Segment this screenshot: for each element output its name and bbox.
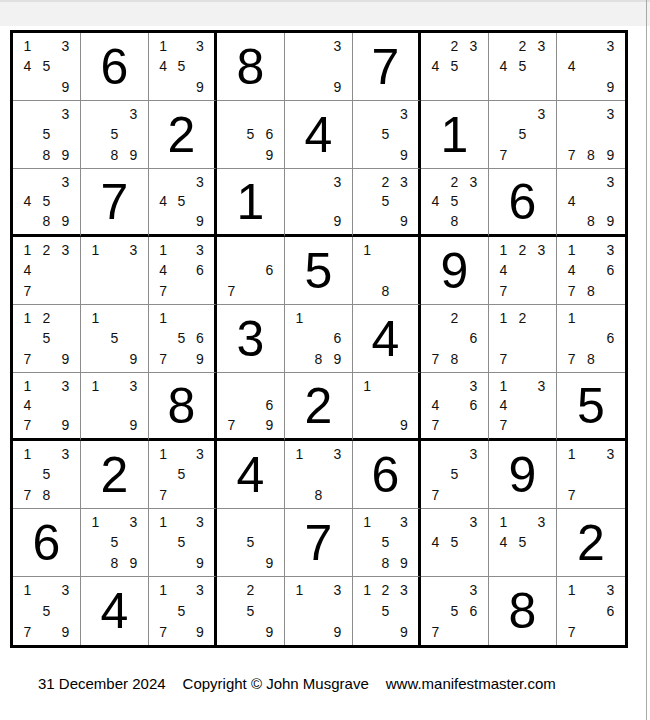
- candidate-empty: [105, 512, 124, 532]
- candidate-empty: [445, 512, 464, 532]
- candidate-empty: [222, 601, 241, 622]
- cell-r6c4: 679: [217, 373, 285, 441]
- cell-r4c6: 18: [353, 237, 421, 305]
- candidate-empty: [532, 77, 551, 97]
- candidate-5: 5: [37, 124, 56, 144]
- candidate-empty: [494, 124, 513, 144]
- candidate-empty: [56, 124, 75, 144]
- candidate-empty: [222, 621, 241, 642]
- candidate-empty: [290, 172, 309, 192]
- candidate-3: 3: [464, 36, 483, 56]
- candidate-3: 3: [191, 240, 209, 260]
- candidate-grid: 3489: [557, 169, 625, 234]
- candidate-empty: [290, 56, 309, 76]
- candidate-grid: 39: [285, 169, 352, 234]
- candidate-grid: 2345: [489, 33, 556, 100]
- candidate-3: 3: [601, 580, 620, 601]
- candidate-1: 1: [18, 444, 37, 464]
- candidate-5: 5: [37, 56, 56, 76]
- candidate-empty: [358, 396, 376, 416]
- cell-r8c9: 2: [557, 509, 625, 577]
- candidate-empty: [562, 601, 581, 622]
- candidate-1: 1: [86, 512, 105, 532]
- candidate-empty: [395, 260, 413, 280]
- candidate-3: 3: [464, 172, 483, 192]
- candidate-empty: [260, 580, 279, 601]
- candidate-3: 3: [532, 36, 551, 56]
- candidate-5: 5: [172, 532, 190, 552]
- candidate-1: 1: [358, 580, 376, 601]
- candidate-empty: [105, 349, 124, 369]
- candidate-empty: [290, 485, 309, 505]
- candidate-7: 7: [18, 281, 37, 301]
- solved-digit: 1: [421, 101, 488, 168]
- cell-r7c8: 9: [489, 441, 557, 509]
- candidate-empty: [376, 415, 394, 435]
- candidate-empty: [562, 172, 581, 192]
- candidate-empty: [172, 308, 190, 328]
- candidate-empty: [532, 415, 551, 435]
- candidate-empty: [154, 77, 172, 97]
- candidate-3: 3: [56, 580, 75, 601]
- candidate-empty: [105, 104, 124, 124]
- candidate-1: 1: [562, 240, 581, 260]
- cell-r8c7: 345: [421, 509, 489, 577]
- candidate-1: 1: [290, 308, 309, 328]
- candidate-1: 1: [154, 580, 172, 601]
- candidate-8: 8: [376, 553, 394, 573]
- candidate-5: 5: [376, 124, 394, 144]
- candidate-empty: [426, 580, 445, 601]
- candidate-grid: 359: [353, 101, 418, 168]
- cell-r1c5: 39: [285, 33, 353, 101]
- candidate-empty: [222, 553, 241, 573]
- cell-r6c9: 5: [557, 373, 625, 441]
- candidate-empty: [37, 415, 56, 435]
- candidate-1: 1: [562, 580, 581, 601]
- candidate-3: 3: [191, 444, 209, 464]
- candidate-empty: [172, 485, 190, 505]
- candidate-empty: [581, 601, 600, 622]
- candidate-empty: [376, 396, 394, 416]
- candidate-6: 6: [601, 260, 620, 280]
- candidate-2: 2: [376, 580, 394, 601]
- candidate-6: 6: [464, 328, 483, 348]
- candidate-3: 3: [56, 172, 75, 192]
- candidate-empty: [581, 77, 600, 97]
- candidate-empty: [445, 77, 464, 97]
- candidate-empty: [494, 553, 513, 573]
- candidate-7: 7: [494, 415, 513, 435]
- solved-digit: 7: [81, 169, 148, 234]
- candidate-empty: [464, 553, 483, 573]
- candidate-grid: 13479: [13, 373, 80, 438]
- solved-digit: 2: [81, 441, 148, 508]
- candidate-empty: [581, 621, 600, 642]
- candidate-5: 5: [513, 532, 532, 552]
- cell-r3c2: 7: [81, 169, 149, 237]
- cell-r5c9: 1678: [557, 305, 625, 373]
- candidate-grid: 13589: [81, 509, 148, 576]
- candidate-grid: 3467: [421, 373, 488, 438]
- cell-r7c4: 4: [217, 441, 285, 509]
- candidate-grid: 13459: [13, 33, 80, 100]
- candidate-8: 8: [376, 281, 394, 301]
- candidate-5: 5: [445, 56, 464, 76]
- candidate-9: 9: [56, 145, 75, 165]
- candidate-empty: [37, 36, 56, 56]
- candidate-grid: 34589: [13, 169, 80, 234]
- candidate-empty: [532, 281, 551, 301]
- candidate-empty: [513, 145, 532, 165]
- cell-r4c9: 134678: [557, 237, 625, 305]
- cell-r2c7: 1: [421, 101, 489, 169]
- candidate-empty: [56, 328, 75, 348]
- solved-digit: 7: [353, 33, 418, 100]
- candidate-empty: [37, 444, 56, 464]
- candidate-empty: [18, 124, 37, 144]
- candidate-empty: [191, 464, 209, 484]
- candidate-9: 9: [124, 553, 143, 573]
- cell-r9c8: 8: [489, 577, 557, 645]
- footer: 31 December 2024 Copyright © John Musgra…: [38, 675, 556, 692]
- cell-r8c6: 13589: [353, 509, 421, 577]
- candidate-grid: 13578: [13, 441, 80, 508]
- candidate-8: 8: [445, 349, 464, 369]
- candidate-empty: [426, 601, 445, 622]
- candidate-6: 6: [260, 260, 279, 280]
- candidate-empty: [309, 580, 328, 601]
- candidate-7: 7: [426, 621, 445, 642]
- candidate-empty: [601, 464, 620, 484]
- candidate-9: 9: [260, 621, 279, 642]
- candidate-empty: [86, 328, 105, 348]
- candidate-8: 8: [581, 211, 600, 231]
- candidate-grid: 23458: [421, 169, 488, 234]
- candidate-empty: [358, 211, 376, 231]
- candidate-empty: [37, 621, 56, 642]
- candidate-empty: [395, 532, 413, 552]
- candidate-grid: 19: [353, 373, 418, 438]
- candidate-1: 1: [18, 308, 37, 328]
- candidate-empty: [241, 512, 260, 532]
- candidate-4: 4: [18, 260, 37, 280]
- candidate-empty: [172, 36, 190, 56]
- candidate-empty: [513, 512, 532, 532]
- cell-r9c4: 259: [217, 577, 285, 645]
- candidate-3: 3: [464, 580, 483, 601]
- candidate-6: 6: [260, 124, 279, 144]
- cell-r6c7: 3467: [421, 373, 489, 441]
- cell-r1c1: 13459: [13, 33, 81, 101]
- candidate-empty: [105, 281, 124, 301]
- candidate-3: 3: [124, 376, 143, 396]
- candidate-empty: [172, 172, 190, 192]
- cell-r8c5: 7: [285, 509, 353, 577]
- candidate-empty: [395, 396, 413, 416]
- candidate-empty: [464, 464, 483, 484]
- candidate-3: 3: [56, 376, 75, 396]
- solved-digit: 5: [285, 237, 352, 304]
- candidate-3: 3: [601, 36, 620, 56]
- candidate-empty: [18, 601, 37, 622]
- candidate-9: 9: [328, 621, 347, 642]
- candidate-5: 5: [241, 601, 260, 622]
- solved-digit: 1: [217, 169, 284, 234]
- candidate-empty: [222, 512, 241, 532]
- candidate-empty: [172, 260, 190, 280]
- cell-r1c3: 13459: [149, 33, 217, 101]
- candidate-3: 3: [464, 444, 483, 464]
- candidate-4: 4: [154, 56, 172, 76]
- cell-r5c1: 12579: [13, 305, 81, 373]
- candidate-1: 1: [358, 240, 376, 260]
- candidate-empty: [601, 192, 620, 212]
- cell-r4c7: 9: [421, 237, 489, 305]
- candidate-4: 4: [562, 56, 581, 76]
- candidate-2: 2: [445, 308, 464, 328]
- candidate-1: 1: [18, 36, 37, 56]
- candidate-empty: [56, 281, 75, 301]
- candidate-1: 1: [154, 444, 172, 464]
- candidate-3: 3: [395, 580, 413, 601]
- candidate-empty: [601, 56, 620, 76]
- solved-digit: 2: [557, 509, 625, 576]
- candidate-grid: 12347: [13, 237, 80, 304]
- candidate-9: 9: [124, 415, 143, 435]
- candidate-empty: [376, 512, 394, 532]
- candidate-9: 9: [56, 621, 75, 642]
- cell-r1c9: 349: [557, 33, 625, 101]
- candidate-empty: [86, 415, 105, 435]
- cell-r1c2: 6: [81, 33, 149, 101]
- candidate-empty: [37, 396, 56, 416]
- candidate-9: 9: [56, 211, 75, 231]
- candidate-7: 7: [222, 415, 241, 435]
- sudoku-board: 1345961345983972345234534935893589256943…: [10, 30, 628, 648]
- candidate-2: 2: [37, 240, 56, 260]
- footer-copyright: Copyright © John Musgrave: [183, 675, 369, 692]
- candidate-empty: [464, 56, 483, 76]
- candidate-grid: 13459: [149, 33, 214, 100]
- candidate-empty: [426, 77, 445, 97]
- candidate-empty: [191, 56, 209, 76]
- candidate-grid: 345: [421, 509, 488, 576]
- candidate-empty: [56, 601, 75, 622]
- candidate-3: 3: [395, 172, 413, 192]
- candidate-5: 5: [445, 192, 464, 212]
- candidate-empty: [581, 240, 600, 260]
- candidate-empty: [513, 396, 532, 416]
- candidate-grid: 18: [353, 237, 418, 304]
- candidate-empty: [513, 281, 532, 301]
- candidate-grid: 1359: [149, 509, 214, 576]
- candidate-7: 7: [18, 485, 37, 505]
- candidate-empty: [309, 56, 328, 76]
- candidate-3: 3: [56, 104, 75, 124]
- cell-r7c7: 357: [421, 441, 489, 509]
- candidate-grid: 1347: [489, 373, 556, 438]
- candidate-grid: 13579: [149, 577, 214, 645]
- candidate-empty: [358, 621, 376, 642]
- candidate-5: 5: [172, 192, 190, 212]
- candidate-empty: [464, 621, 483, 642]
- candidate-5: 5: [172, 56, 190, 76]
- solved-digit: 6: [81, 33, 148, 100]
- cell-r9c1: 13579: [13, 577, 81, 645]
- candidate-empty: [86, 349, 105, 369]
- candidate-2: 2: [445, 36, 464, 56]
- candidate-empty: [86, 104, 105, 124]
- candidate-empty: [445, 553, 464, 573]
- candidate-grid: 39: [285, 33, 352, 100]
- candidate-empty: [358, 601, 376, 622]
- candidate-empty: [532, 349, 551, 369]
- candidate-9: 9: [395, 553, 413, 573]
- candidate-8: 8: [37, 145, 56, 165]
- candidate-2: 2: [376, 172, 394, 192]
- candidate-7: 7: [154, 281, 172, 301]
- cell-r6c3: 8: [149, 373, 217, 441]
- top-band: [0, 0, 650, 26]
- candidate-9: 9: [191, 211, 209, 231]
- solved-digit: 2: [285, 373, 352, 438]
- candidate-empty: [290, 464, 309, 484]
- cell-r6c5: 2: [285, 373, 353, 441]
- candidate-4: 4: [18, 396, 37, 416]
- candidate-2: 2: [513, 240, 532, 260]
- candidate-4: 4: [426, 396, 445, 416]
- cell-r7c3: 1357: [149, 441, 217, 509]
- candidate-3: 3: [532, 512, 551, 532]
- solved-digit: 5: [557, 373, 625, 438]
- candidate-empty: [241, 396, 260, 416]
- candidate-empty: [601, 124, 620, 144]
- candidate-empty: [445, 580, 464, 601]
- candidate-4: 4: [154, 260, 172, 280]
- candidate-empty: [309, 308, 328, 328]
- candidate-empty: [172, 281, 190, 301]
- candidate-empty: [309, 192, 328, 212]
- candidate-empty: [464, 77, 483, 97]
- candidate-empty: [426, 553, 445, 573]
- candidate-3: 3: [56, 36, 75, 56]
- candidate-empty: [562, 124, 581, 144]
- solved-digit: 4: [353, 305, 418, 372]
- candidate-empty: [124, 124, 143, 144]
- candidate-empty: [445, 444, 464, 464]
- candidate-empty: [309, 211, 328, 231]
- candidate-empty: [37, 260, 56, 280]
- cell-r7c6: 6: [353, 441, 421, 509]
- candidate-empty: [37, 172, 56, 192]
- candidate-empty: [154, 328, 172, 348]
- candidate-empty: [445, 328, 464, 348]
- candidate-empty: [37, 281, 56, 301]
- candidate-empty: [56, 485, 75, 505]
- candidate-empty: [105, 396, 124, 416]
- solved-digit: 9: [421, 237, 488, 304]
- window-edge-line: [646, 0, 647, 720]
- solved-digit: 7: [285, 509, 352, 576]
- candidate-grid: 2359: [353, 169, 418, 234]
- candidate-1: 1: [86, 240, 105, 260]
- candidate-3: 3: [56, 444, 75, 464]
- candidate-1: 1: [154, 36, 172, 56]
- candidate-empty: [464, 211, 483, 231]
- candidate-1: 1: [18, 376, 37, 396]
- candidate-5: 5: [172, 464, 190, 484]
- candidate-empty: [581, 172, 600, 192]
- candidate-7: 7: [426, 485, 445, 505]
- cell-r3c5: 39: [285, 169, 353, 237]
- candidate-empty: [426, 376, 445, 396]
- candidate-empty: [86, 396, 105, 416]
- candidate-empty: [241, 553, 260, 573]
- candidate-empty: [426, 172, 445, 192]
- candidate-empty: [124, 396, 143, 416]
- candidate-empty: [222, 396, 241, 416]
- cell-r6c8: 1347: [489, 373, 557, 441]
- solved-digit: 6: [353, 441, 418, 508]
- candidate-empty: [513, 328, 532, 348]
- candidate-empty: [105, 415, 124, 435]
- candidate-empty: [513, 415, 532, 435]
- candidate-6: 6: [260, 396, 279, 416]
- candidate-7: 7: [494, 281, 513, 301]
- candidate-empty: [601, 349, 620, 369]
- candidate-6: 6: [191, 328, 209, 348]
- candidate-empty: [358, 260, 376, 280]
- candidate-3: 3: [191, 580, 209, 601]
- candidate-empty: [494, 104, 513, 124]
- candidate-empty: [172, 240, 190, 260]
- candidate-2: 2: [241, 580, 260, 601]
- candidate-empty: [513, 553, 532, 573]
- solved-digit: 6: [489, 169, 556, 234]
- candidate-empty: [426, 328, 445, 348]
- candidate-grid: 13: [81, 237, 148, 304]
- candidate-9: 9: [124, 145, 143, 165]
- candidate-5: 5: [105, 124, 124, 144]
- candidate-empty: [18, 145, 37, 165]
- cell-r2c1: 3589: [13, 101, 81, 169]
- candidate-empty: [241, 104, 260, 124]
- cell-r7c5: 138: [285, 441, 353, 509]
- candidate-7: 7: [562, 485, 581, 505]
- candidate-empty: [581, 485, 600, 505]
- cell-r5c7: 2678: [421, 305, 489, 373]
- candidate-9: 9: [328, 211, 347, 231]
- candidate-empty: [562, 36, 581, 56]
- candidate-empty: [532, 260, 551, 280]
- candidate-empty: [37, 580, 56, 601]
- candidate-grid: 569: [217, 101, 284, 168]
- candidate-7: 7: [562, 349, 581, 369]
- candidate-empty: [445, 376, 464, 396]
- candidate-empty: [601, 281, 620, 301]
- candidate-empty: [309, 621, 328, 642]
- candidate-3: 3: [328, 444, 347, 464]
- candidate-8: 8: [445, 211, 464, 231]
- candidate-7: 7: [18, 415, 37, 435]
- footer-date: 31 December 2024: [38, 675, 166, 692]
- solved-digit: 4: [81, 577, 148, 645]
- candidate-1: 1: [562, 308, 581, 328]
- cell-r8c3: 1359: [149, 509, 217, 577]
- candidate-8: 8: [105, 553, 124, 573]
- candidate-empty: [445, 485, 464, 505]
